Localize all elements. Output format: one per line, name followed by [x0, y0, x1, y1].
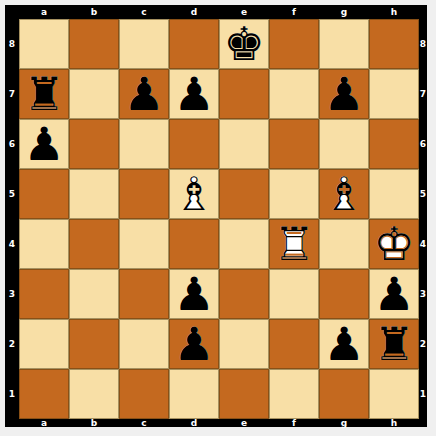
square-e2[interactable]: [219, 319, 269, 369]
rank-left-label-3: 3: [5, 269, 19, 319]
square-c4[interactable]: [119, 219, 169, 269]
square-c3[interactable]: [119, 269, 169, 319]
rank-left-label-7: 7: [5, 69, 19, 119]
square-h3[interactable]: ♙♟: [369, 269, 419, 319]
pawn-icon: ♟: [169, 69, 219, 119]
square-f1[interactable]: [269, 369, 319, 419]
piece-black-pawn[interactable]: ♙♟: [19, 119, 69, 169]
rank-left-label-8: 8: [5, 19, 19, 69]
square-c7[interactable]: ♙♟: [119, 69, 169, 119]
bishop-icon: ♗: [319, 169, 369, 219]
rook-icon: ♜: [19, 69, 69, 119]
pawn-icon: ♟: [319, 69, 369, 119]
pawn-icon: ♟: [169, 319, 219, 369]
rank-left-label-6: 6: [5, 119, 19, 169]
rank-right-label-1: 1: [419, 369, 427, 419]
pawn-icon: ♟: [369, 269, 419, 319]
rank-left-label-2: 2: [5, 319, 19, 369]
square-h4[interactable]: ♚♔: [369, 219, 419, 269]
file-bottom-label-c: c: [119, 419, 169, 428]
square-g3[interactable]: [319, 269, 369, 319]
pawn-icon: ♟: [119, 69, 169, 119]
file-bottom-label-f: f: [269, 419, 319, 428]
file-top-label-c: c: [119, 5, 169, 19]
square-a2[interactable]: [19, 319, 69, 369]
king-icon: ♚: [219, 19, 269, 69]
square-c2[interactable]: [119, 319, 169, 369]
piece-white-bishop[interactable]: ♝♗: [169, 169, 219, 219]
piece-black-pawn[interactable]: ♙♟: [169, 269, 219, 319]
rank-labels-left: 87654321: [5, 19, 19, 419]
bishop-icon: ♗: [169, 169, 219, 219]
piece-black-pawn[interactable]: ♙♟: [119, 69, 169, 119]
square-b2[interactable]: [69, 319, 119, 369]
square-f4[interactable]: ♜♖: [269, 219, 319, 269]
square-e3[interactable]: [219, 269, 269, 319]
rank-left-label-1: 1: [5, 369, 19, 419]
piece-black-king[interactable]: ♔♚: [219, 19, 269, 69]
square-f7[interactable]: [269, 69, 319, 119]
piece-black-pawn[interactable]: ♙♟: [369, 269, 419, 319]
square-g7[interactable]: ♙♟: [319, 69, 369, 119]
square-d6[interactable]: [169, 119, 219, 169]
piece-black-pawn[interactable]: ♙♟: [169, 69, 219, 119]
rank-right-label-2: 2: [419, 319, 427, 369]
square-d4[interactable]: [169, 219, 219, 269]
square-g8[interactable]: [319, 19, 369, 69]
square-a1[interactable]: [19, 369, 69, 419]
pawn-icon: ♟: [19, 119, 69, 169]
file-labels-top: abcdefgh: [19, 5, 419, 19]
square-c8[interactable]: [119, 19, 169, 69]
square-c1[interactable]: [119, 369, 169, 419]
square-e4[interactable]: [219, 219, 269, 269]
square-g6[interactable]: [319, 119, 369, 169]
chessboard-frame: abcdefgh abcdefgh 87654321 87654321 ♔♚♖♜…: [5, 5, 427, 427]
square-b5[interactable]: [69, 169, 119, 219]
file-bottom-label-h: h: [369, 419, 419, 428]
piece-black-rook[interactable]: ♖♜: [369, 319, 419, 369]
rook-icon: ♜: [369, 319, 419, 369]
square-e6[interactable]: [219, 119, 269, 169]
square-e7[interactable]: [219, 69, 269, 119]
square-g5[interactable]: ♝♗: [319, 169, 369, 219]
square-g1[interactable]: [319, 369, 369, 419]
file-top-label-b: b: [69, 5, 119, 19]
rank-labels-right: 87654321: [419, 19, 427, 419]
square-d5[interactable]: ♝♗: [169, 169, 219, 219]
square-f5[interactable]: [269, 169, 319, 219]
file-top-label-g: g: [319, 5, 369, 19]
piece-white-bishop[interactable]: ♝♗: [319, 169, 369, 219]
file-bottom-label-d: d: [169, 419, 219, 428]
piece-white-rook[interactable]: ♜♖: [269, 219, 319, 269]
rank-left-label-4: 4: [5, 219, 19, 269]
square-b1[interactable]: [69, 369, 119, 419]
piece-white-king[interactable]: ♚♔: [369, 219, 419, 269]
file-top-label-d: d: [169, 5, 219, 19]
square-f8[interactable]: [269, 19, 319, 69]
square-a4[interactable]: [19, 219, 69, 269]
pawn-icon: ♟: [169, 269, 219, 319]
square-d2[interactable]: ♙♟: [169, 319, 219, 369]
piece-black-pawn[interactable]: ♙♟: [169, 319, 219, 369]
rank-right-label-5: 5: [419, 169, 427, 219]
square-f3[interactable]: [269, 269, 319, 319]
square-a3[interactable]: [19, 269, 69, 319]
square-f6[interactable]: [269, 119, 319, 169]
piece-black-pawn[interactable]: ♙♟: [319, 319, 369, 369]
square-e1[interactable]: [219, 369, 269, 419]
square-a5[interactable]: [19, 169, 69, 219]
square-e8[interactable]: ♔♚: [219, 19, 269, 69]
file-bottom-label-b: b: [69, 419, 119, 428]
square-e5[interactable]: [219, 169, 269, 219]
file-top-label-a: a: [19, 5, 69, 19]
rank-right-label-7: 7: [419, 69, 427, 119]
file-top-label-f: f: [269, 5, 319, 19]
square-b7[interactable]: [69, 69, 119, 119]
square-d3[interactable]: ♙♟: [169, 269, 219, 319]
square-c6[interactable]: [119, 119, 169, 169]
square-b8[interactable]: [69, 19, 119, 69]
square-b3[interactable]: [69, 269, 119, 319]
piece-black-pawn[interactable]: ♙♟: [319, 69, 369, 119]
pawn-icon: ♟: [319, 319, 369, 369]
file-bottom-label-e: e: [219, 419, 269, 428]
file-bottom-label-a: a: [19, 419, 69, 428]
rank-right-label-3: 3: [419, 269, 427, 319]
rank-right-label-8: 8: [419, 19, 427, 69]
square-h1[interactable]: [369, 369, 419, 419]
square-d7[interactable]: ♙♟: [169, 69, 219, 119]
king-icon: ♔: [369, 219, 419, 269]
square-b4[interactable]: [69, 219, 119, 269]
square-h5[interactable]: [369, 169, 419, 219]
chessboard: ♔♚♖♜♙♟♙♟♙♟♙♟♝♗♝♗♜♖♚♔♙♟♙♟♙♟♙♟♖♜: [19, 19, 419, 419]
square-a8[interactable]: [19, 19, 69, 69]
square-d1[interactable]: [169, 369, 219, 419]
piece-black-rook[interactable]: ♖♜: [19, 69, 69, 119]
square-c5[interactable]: [119, 169, 169, 219]
square-h2[interactable]: ♖♜: [369, 319, 419, 369]
file-top-label-h: h: [369, 5, 419, 19]
square-h8[interactable]: [369, 19, 419, 69]
rook-icon: ♖: [269, 219, 319, 269]
square-d8[interactable]: [169, 19, 219, 69]
square-g2[interactable]: ♙♟: [319, 319, 369, 369]
square-a7[interactable]: ♖♜: [19, 69, 69, 119]
square-g4[interactable]: [319, 219, 369, 269]
square-a6[interactable]: ♙♟: [19, 119, 69, 169]
file-labels-bottom: abcdefgh: [19, 419, 419, 427]
rank-right-label-6: 6: [419, 119, 427, 169]
square-h6[interactable]: [369, 119, 419, 169]
page-background: abcdefgh abcdefgh 87654321 87654321 ♔♚♖♜…: [0, 0, 436, 436]
file-bottom-label-g: g: [319, 419, 369, 428]
square-b6[interactable]: [69, 119, 119, 169]
square-f2[interactable]: [269, 319, 319, 369]
rank-left-label-5: 5: [5, 169, 19, 219]
rank-right-label-4: 4: [419, 219, 427, 269]
square-h7[interactable]: [369, 69, 419, 119]
